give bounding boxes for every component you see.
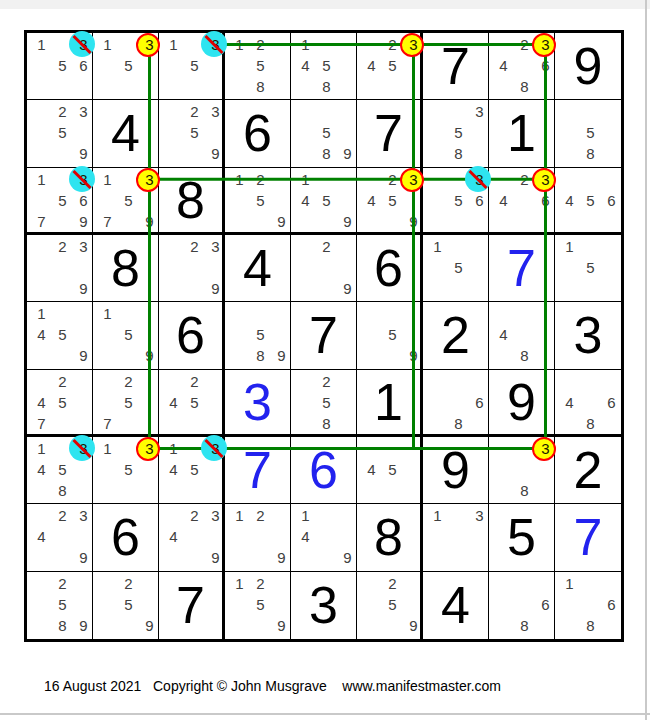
candidate-mark: 3 xyxy=(538,439,553,458)
candidate-mark: 5 xyxy=(385,595,400,614)
cell-r9c9: 168 xyxy=(555,572,621,639)
candidate-mark: 8 xyxy=(517,481,532,500)
candidate-mark: 3 xyxy=(76,237,91,256)
candidate-mark: 4 xyxy=(298,56,313,75)
given-digit: 7 xyxy=(357,100,420,166)
candidate-mark: 2 xyxy=(385,574,400,593)
candidate-mark: 6 xyxy=(76,191,91,210)
candidate-mark: 8 xyxy=(451,414,466,433)
candidate-mark: 4 xyxy=(364,56,379,75)
solved-digit: 6 xyxy=(291,437,356,503)
cell-r4c5: 29 xyxy=(291,235,357,302)
candidate-mark: 2 xyxy=(385,35,400,54)
candidate-mark: 5 xyxy=(55,460,70,479)
cell-r3c3: 8 xyxy=(159,168,225,235)
candidate-mark: 2 xyxy=(55,372,70,391)
cell-r8c9: 7 xyxy=(555,504,621,571)
given-digit: 7 xyxy=(423,33,488,99)
candidate-mark: 3 xyxy=(208,506,223,525)
candidate-mark: 5 xyxy=(121,191,136,210)
candidate-mark: 9 xyxy=(340,212,355,231)
candidate-mark: 3 xyxy=(538,35,553,54)
cell-r9c7: 4 xyxy=(423,572,489,639)
candidate-mark: 4 xyxy=(298,191,313,210)
cell-r3c4: 1259 xyxy=(225,168,291,235)
cell-r7c5: 6 xyxy=(291,437,357,504)
candidate-mark: 5 xyxy=(319,56,334,75)
candidate-mark: 9 xyxy=(274,346,289,365)
candidate-mark: 5 xyxy=(253,191,268,210)
given-digit: 2 xyxy=(423,302,488,368)
given-digit: 4 xyxy=(93,100,158,166)
cell-r5c7: 2 xyxy=(423,302,489,369)
given-digit: 1 xyxy=(489,100,554,166)
cell-r4c2: 8 xyxy=(93,235,159,302)
cell-r5c3: 6 xyxy=(159,302,225,369)
candidate-mark: 9 xyxy=(208,548,223,567)
cell-r9c3: 7 xyxy=(159,572,225,639)
candidate-mark: 3 xyxy=(472,506,487,525)
cell-r1c1: 1356 xyxy=(27,33,93,100)
candidate-mark: 4 xyxy=(166,460,181,479)
cell-r8c7: 13 xyxy=(423,504,489,571)
cell-r5c2: 159 xyxy=(93,302,159,369)
footer-copyright: 16 August 2021 Copyright © John Musgrave… xyxy=(44,678,501,694)
candidate-mark: 6 xyxy=(604,595,619,614)
cell-r1c3: 135 xyxy=(159,33,225,100)
cell-r9c6: 259 xyxy=(357,572,423,639)
candidate-mark: 5 xyxy=(121,460,136,479)
candidate-mark: 1 xyxy=(34,304,49,323)
candidate-mark: 5 xyxy=(55,393,70,412)
candidate-mark: 2 xyxy=(121,574,136,593)
candidate-mark: 1 xyxy=(430,506,445,525)
candidate-mark: 9 xyxy=(406,616,421,635)
cell-r3c2: 13579 xyxy=(93,168,159,235)
candidate-mark: 6 xyxy=(472,191,487,210)
cell-r6c4: 3 xyxy=(225,370,291,437)
candidate-mark: 3 xyxy=(406,35,421,54)
cell-r7c3: 1345 xyxy=(159,437,225,504)
candidate-mark: 4 xyxy=(166,527,181,546)
given-digit: 6 xyxy=(357,235,420,301)
candidate-mark: 5 xyxy=(55,595,70,614)
candidate-mark: 5 xyxy=(583,123,598,142)
cell-r7c4: 7 xyxy=(225,437,291,504)
cell-r1c4: 1258 xyxy=(225,33,291,100)
candidate-mark: 5 xyxy=(55,325,70,344)
cell-r6c7: 68 xyxy=(423,370,489,437)
window-top-strip xyxy=(0,0,650,9)
candidate-mark: 2 xyxy=(187,102,202,121)
candidate-mark: 4 xyxy=(364,460,379,479)
candidate-mark: 1 xyxy=(298,170,313,189)
cell-r6c9: 468 xyxy=(555,370,621,437)
candidate-mark: 3 xyxy=(406,170,421,189)
candidate-mark: 5 xyxy=(451,123,466,142)
candidate-mark: 4 xyxy=(298,527,313,546)
candidate-mark: 2 xyxy=(55,237,70,256)
candidate-mark: 1 xyxy=(100,304,115,323)
candidate-mark: 1 xyxy=(232,170,247,189)
candidate-mark: 6 xyxy=(604,191,619,210)
candidate-mark: 3 xyxy=(76,102,91,121)
cell-r1c6: 2345 xyxy=(357,33,423,100)
candidate-mark: 2 xyxy=(121,372,136,391)
candidate-mark: 5 xyxy=(319,123,334,142)
candidate-mark: 9 xyxy=(340,548,355,567)
cell-r1c7: 7 xyxy=(423,33,489,100)
candidate-mark: 8 xyxy=(55,481,70,500)
cell-r7c1: 13458 xyxy=(27,437,93,504)
candidate-mark: 5 xyxy=(319,393,334,412)
candidate-mark: 8 xyxy=(319,77,334,96)
cell-r5c8: 48 xyxy=(489,302,555,369)
candidate-mark: 8 xyxy=(55,616,70,635)
candidate-mark: 2 xyxy=(517,35,532,54)
candidate-mark: 6 xyxy=(472,393,487,412)
candidate-mark: 4 xyxy=(34,527,49,546)
candidate-mark: 5 xyxy=(121,595,136,614)
candidate-mark: 2 xyxy=(253,574,268,593)
candidate-mark: 9 xyxy=(340,279,355,298)
candidate-mark: 1 xyxy=(562,237,577,256)
given-digit: 9 xyxy=(555,33,621,99)
candidate-mark: 1 xyxy=(34,170,49,189)
candidate-mark: 5 xyxy=(121,56,136,75)
cell-r9c2: 259 xyxy=(93,572,159,639)
cell-r4c3: 239 xyxy=(159,235,225,302)
given-digit: 7 xyxy=(291,302,356,368)
cell-r3c7: 356 xyxy=(423,168,489,235)
candidate-mark: 9 xyxy=(208,144,223,163)
sudoku-board: 1356135135125814582345723468923594235965… xyxy=(24,30,624,642)
cell-r5c9: 3 xyxy=(555,302,621,369)
candidate-mark: 9 xyxy=(406,212,421,231)
given-digit: 3 xyxy=(555,302,621,368)
cell-r1c2: 135 xyxy=(93,33,159,100)
cell-r1c9: 9 xyxy=(555,33,621,100)
cell-r7c2: 135 xyxy=(93,437,159,504)
candidate-mark: 5 xyxy=(451,258,466,277)
given-digit: 2 xyxy=(555,437,621,503)
candidate-mark: 2 xyxy=(253,170,268,189)
cell-r9c8: 68 xyxy=(489,572,555,639)
candidate-mark: 8 xyxy=(253,77,268,96)
candidate-mark: 7 xyxy=(34,414,49,433)
cell-r4c9: 15 xyxy=(555,235,621,302)
cell-r4c4: 4 xyxy=(225,235,291,302)
cell-r7c7: 9 xyxy=(423,437,489,504)
candidate-mark: 2 xyxy=(187,372,202,391)
candidate-mark: 4 xyxy=(166,393,181,412)
candidate-mark: 9 xyxy=(406,346,421,365)
cell-r8c4: 129 xyxy=(225,504,291,571)
candidate-mark: 2 xyxy=(253,506,268,525)
candidate-mark: 2 xyxy=(187,506,202,525)
given-digit: 5 xyxy=(489,504,554,570)
candidate-mark: 5 xyxy=(385,191,400,210)
solved-digit: 7 xyxy=(225,437,290,503)
candidate-mark: 2 xyxy=(55,102,70,121)
candidate-mark: 9 xyxy=(274,616,289,635)
cell-r2c1: 2359 xyxy=(27,100,93,167)
cell-r8c3: 2349 xyxy=(159,504,225,571)
cell-r2c2: 4 xyxy=(93,100,159,167)
given-digit: 9 xyxy=(489,370,554,434)
given-digit: 1 xyxy=(357,370,420,434)
candidate-mark: 9 xyxy=(76,144,91,163)
cell-r2c8: 1 xyxy=(489,100,555,167)
candidate-mark: 7 xyxy=(100,414,115,433)
cell-r7c8: 38 xyxy=(489,437,555,504)
given-digit: 8 xyxy=(159,168,222,232)
candidate-mark: 1 xyxy=(562,574,577,593)
candidate-mark: 6 xyxy=(604,393,619,412)
candidate-mark: 5 xyxy=(451,191,466,210)
cell-r2c5: 589 xyxy=(291,100,357,167)
candidate-mark: 5 xyxy=(253,595,268,614)
cell-r6c2: 257 xyxy=(93,370,159,437)
given-digit: 8 xyxy=(357,504,420,570)
candidate-mark: 5 xyxy=(583,258,598,277)
candidate-mark: 4 xyxy=(34,325,49,344)
candidate-mark: 1 xyxy=(232,506,247,525)
solved-digit: 7 xyxy=(489,235,554,301)
candidate-mark: 8 xyxy=(517,77,532,96)
candidate-mark: 2 xyxy=(385,170,400,189)
given-digit: 7 xyxy=(159,572,222,639)
candidate-mark: 3 xyxy=(538,170,553,189)
given-digit: 6 xyxy=(93,504,158,570)
candidate-mark: 8 xyxy=(583,144,598,163)
candidate-mark: 9 xyxy=(142,616,157,635)
candidate-mark: 2 xyxy=(253,35,268,54)
candidate-mark: 4 xyxy=(562,191,577,210)
cell-r6c8: 9 xyxy=(489,370,555,437)
cell-r2c3: 2359 xyxy=(159,100,225,167)
cell-r3c1: 135679 xyxy=(27,168,93,235)
candidate-mark: 4 xyxy=(496,56,511,75)
candidate-mark: 4 xyxy=(562,393,577,412)
cell-r4c7: 15 xyxy=(423,235,489,302)
candidate-mark: 8 xyxy=(253,346,268,365)
candidate-mark: 1 xyxy=(298,35,313,54)
cell-r2c7: 358 xyxy=(423,100,489,167)
candidate-mark: 8 xyxy=(319,414,334,433)
candidate-mark: 2 xyxy=(319,237,334,256)
candidate-mark: 6 xyxy=(538,595,553,614)
candidate-mark: 9 xyxy=(76,346,91,365)
given-digit: 4 xyxy=(423,572,488,639)
candidate-mark: 8 xyxy=(451,144,466,163)
candidate-mark: 3 xyxy=(142,170,157,189)
candidate-mark: 4 xyxy=(496,325,511,344)
candidate-mark: 9 xyxy=(142,212,157,231)
cell-r4c8: 7 xyxy=(489,235,555,302)
cell-r6c6: 1 xyxy=(357,370,423,437)
candidate-mark: 9 xyxy=(208,279,223,298)
cell-r1c8: 23468 xyxy=(489,33,555,100)
candidate-mark: 9 xyxy=(274,212,289,231)
candidate-mark: 6 xyxy=(76,56,91,75)
candidate-mark: 1 xyxy=(298,506,313,525)
cell-r6c3: 245 xyxy=(159,370,225,437)
candidate-mark: 1 xyxy=(100,439,115,458)
cell-r5c4: 589 xyxy=(225,302,291,369)
candidate-mark: 9 xyxy=(142,346,157,365)
window-edge-bottom xyxy=(0,713,650,715)
given-digit: 6 xyxy=(159,302,222,368)
candidate-mark: 6 xyxy=(538,56,553,75)
given-digit: 3 xyxy=(291,572,356,639)
candidate-mark: 1 xyxy=(430,237,445,256)
candidate-mark: 5 xyxy=(187,393,202,412)
candidate-mark: 9 xyxy=(76,548,91,567)
given-digit: 9 xyxy=(423,437,488,503)
cell-r2c4: 6 xyxy=(225,100,291,167)
cell-r3c5: 1459 xyxy=(291,168,357,235)
candidate-mark: 8 xyxy=(517,346,532,365)
cell-r5c1: 1459 xyxy=(27,302,93,369)
candidate-mark: 3 xyxy=(472,102,487,121)
candidate-mark: 1 xyxy=(100,170,115,189)
candidate-mark: 5 xyxy=(253,56,268,75)
candidate-mark: 5 xyxy=(187,460,202,479)
cell-r7c6: 45 xyxy=(357,437,423,504)
candidate-mark: 1 xyxy=(34,439,49,458)
solved-digit: 3 xyxy=(225,370,290,434)
candidate-mark: 9 xyxy=(76,279,91,298)
cell-r9c1: 2589 xyxy=(27,572,93,639)
given-digit: 8 xyxy=(93,235,158,301)
cell-r9c5: 3 xyxy=(291,572,357,639)
candidate-mark: 9 xyxy=(76,616,91,635)
cell-r8c1: 2349 xyxy=(27,504,93,571)
candidate-mark: 5 xyxy=(55,191,70,210)
candidate-mark: 8 xyxy=(583,616,598,635)
cell-r9c4: 1259 xyxy=(225,572,291,639)
candidate-mark: 2 xyxy=(187,237,202,256)
candidate-mark: 9 xyxy=(274,548,289,567)
candidate-mark: 2 xyxy=(319,372,334,391)
cell-r8c8: 5 xyxy=(489,504,555,571)
candidate-mark: 1 xyxy=(232,35,247,54)
cell-r4c6: 6 xyxy=(357,235,423,302)
candidate-mark: 2 xyxy=(517,170,532,189)
candidate-mark: 5 xyxy=(253,325,268,344)
candidate-mark: 9 xyxy=(76,212,91,231)
cell-r3c8: 2346 xyxy=(489,168,555,235)
given-digit: 4 xyxy=(225,235,290,301)
candidate-mark: 6 xyxy=(538,191,553,210)
candidate-mark: 4 xyxy=(34,460,49,479)
cell-r1c5: 1458 xyxy=(291,33,357,100)
candidate-mark: 2 xyxy=(55,506,70,525)
candidate-mark: 3 xyxy=(208,237,223,256)
candidate-mark: 5 xyxy=(121,393,136,412)
candidate-mark: 1 xyxy=(166,439,181,458)
candidate-mark: 8 xyxy=(517,616,532,635)
solved-digit: 7 xyxy=(555,504,621,570)
cell-r8c2: 6 xyxy=(93,504,159,571)
candidate-mark: 5 xyxy=(55,123,70,142)
candidate-mark: 5 xyxy=(55,56,70,75)
candidate-mark: 5 xyxy=(583,191,598,210)
cell-r4c1: 239 xyxy=(27,235,93,302)
candidate-mark: 5 xyxy=(385,56,400,75)
given-digit: 6 xyxy=(225,100,290,166)
candidate-mark: 3 xyxy=(76,506,91,525)
cell-r5c6: 59 xyxy=(357,302,423,369)
window-edge-right xyxy=(645,0,647,720)
candidate-mark: 3 xyxy=(208,102,223,121)
cell-r7c9: 2 xyxy=(555,437,621,504)
candidate-mark: 4 xyxy=(496,191,511,210)
cell-r3c9: 456 xyxy=(555,168,621,235)
candidate-mark: 2 xyxy=(55,574,70,593)
candidate-mark: 5 xyxy=(187,123,202,142)
candidate-mark: 8 xyxy=(583,414,598,433)
candidate-mark: 7 xyxy=(100,212,115,231)
candidate-mark: 1 xyxy=(100,35,115,54)
candidate-mark: 5 xyxy=(319,191,334,210)
cell-r3c6: 23459 xyxy=(357,168,423,235)
cell-r8c6: 8 xyxy=(357,504,423,571)
candidate-mark: 3 xyxy=(142,35,157,54)
candidate-mark: 7 xyxy=(34,212,49,231)
cell-r2c6: 7 xyxy=(357,100,423,167)
candidate-mark: 1 xyxy=(232,574,247,593)
candidate-mark: 1 xyxy=(166,35,181,54)
cell-r6c1: 2457 xyxy=(27,370,93,437)
cell-r6c5: 258 xyxy=(291,370,357,437)
cell-r8c5: 149 xyxy=(291,504,357,571)
candidate-mark: 1 xyxy=(34,35,49,54)
candidate-mark: 4 xyxy=(364,191,379,210)
candidate-mark: 5 xyxy=(385,325,400,344)
cell-r5c5: 7 xyxy=(291,302,357,369)
cell-r2c9: 58 xyxy=(555,100,621,167)
candidate-mark: 5 xyxy=(187,56,202,75)
sudoku-diagram: 1356135135125814582345723468923594235965… xyxy=(0,0,650,720)
candidate-mark: 5 xyxy=(121,325,136,344)
candidate-mark: 8 xyxy=(319,144,334,163)
candidate-mark: 3 xyxy=(142,439,157,458)
candidate-mark: 9 xyxy=(340,144,355,163)
candidate-mark: 5 xyxy=(385,460,400,479)
candidate-mark: 4 xyxy=(34,393,49,412)
